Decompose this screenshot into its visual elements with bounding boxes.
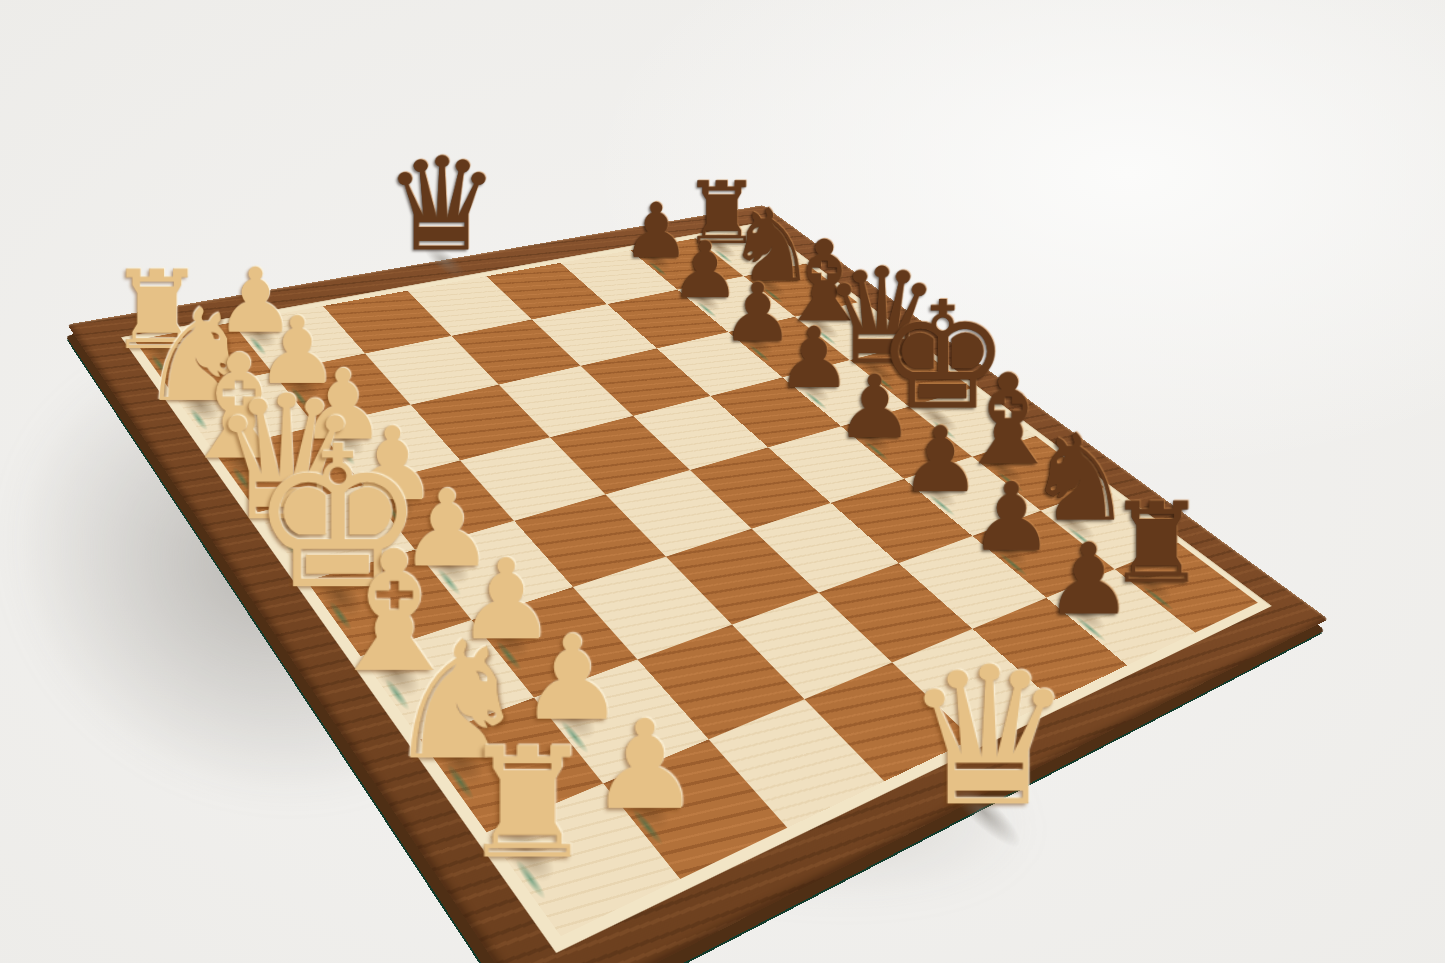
off-board-spot-white-queen: ♛: [940, 747, 1117, 881]
studio-scene: ♜♞♝♛♚♝♞♜♟♟♟♟♟♟♟♟♟♟♟♟♟♟♟♟♜♞♝♛♚♝♞♜ ♛♛: [0, 0, 1445, 963]
chess-board: ♜♞♝♛♚♝♞♜♟♟♟♟♟♟♟♟♟♟♟♟♟♟♟♟♜♞♝♛♚♝♞♜ ♛♛: [67, 205, 1328, 963]
